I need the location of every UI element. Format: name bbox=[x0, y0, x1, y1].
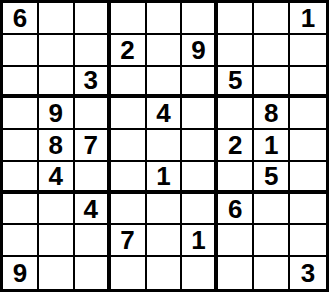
cell-empty[interactable] bbox=[111, 162, 147, 194]
cell-empty[interactable] bbox=[147, 67, 183, 99]
cell-empty[interactable] bbox=[111, 130, 147, 162]
cell-given[interactable]: 9 bbox=[3, 257, 39, 289]
cell-empty[interactable] bbox=[147, 257, 183, 289]
cell-given[interactable]: 2 bbox=[111, 35, 147, 67]
cell-empty[interactable] bbox=[111, 194, 147, 226]
cell-given[interactable]: 4 bbox=[39, 162, 75, 194]
cell-given[interactable]: 1 bbox=[182, 225, 218, 257]
cell-empty[interactable] bbox=[111, 98, 147, 130]
cell-empty[interactable] bbox=[254, 67, 290, 99]
cell-empty[interactable] bbox=[182, 98, 218, 130]
cell-given[interactable]: 6 bbox=[3, 3, 39, 35]
cell-empty[interactable] bbox=[218, 225, 254, 257]
sudoku-board: 6129359488721415467193 bbox=[0, 0, 329, 292]
cell-empty[interactable] bbox=[3, 162, 39, 194]
cell-empty[interactable] bbox=[254, 3, 290, 35]
cell-empty[interactable] bbox=[182, 194, 218, 226]
cell-empty[interactable] bbox=[218, 98, 254, 130]
cell-empty[interactable] bbox=[3, 130, 39, 162]
cell-empty[interactable] bbox=[39, 225, 75, 257]
cell-empty[interactable] bbox=[254, 225, 290, 257]
cell-empty[interactable] bbox=[39, 194, 75, 226]
cell-empty[interactable] bbox=[254, 257, 290, 289]
cell-given[interactable]: 5 bbox=[218, 67, 254, 99]
cell-given[interactable]: 6 bbox=[218, 194, 254, 226]
cell-empty[interactable] bbox=[182, 3, 218, 35]
cell-given[interactable]: 8 bbox=[39, 130, 75, 162]
cell-empty[interactable] bbox=[290, 162, 326, 194]
cell-empty[interactable] bbox=[39, 257, 75, 289]
cell-empty[interactable] bbox=[147, 35, 183, 67]
cell-empty[interactable] bbox=[290, 130, 326, 162]
cell-empty[interactable] bbox=[111, 67, 147, 99]
sudoku-puzzle: 6129359488721415467193 bbox=[0, 0, 329, 292]
cell-empty[interactable] bbox=[147, 194, 183, 226]
cell-given[interactable]: 7 bbox=[111, 225, 147, 257]
cell-given[interactable]: 8 bbox=[254, 98, 290, 130]
cell-given[interactable]: 9 bbox=[39, 98, 75, 130]
cell-empty[interactable] bbox=[182, 130, 218, 162]
cell-given[interactable]: 3 bbox=[75, 67, 111, 99]
cell-empty[interactable] bbox=[290, 35, 326, 67]
cell-empty[interactable] bbox=[75, 162, 111, 194]
cell-empty[interactable] bbox=[3, 35, 39, 67]
cell-empty[interactable] bbox=[75, 257, 111, 289]
cell-empty[interactable] bbox=[111, 3, 147, 35]
cell-empty[interactable] bbox=[75, 225, 111, 257]
cell-empty[interactable] bbox=[254, 35, 290, 67]
cell-empty[interactable] bbox=[3, 67, 39, 99]
cell-empty[interactable] bbox=[3, 194, 39, 226]
cell-given[interactable]: 5 bbox=[254, 162, 290, 194]
cell-empty[interactable] bbox=[147, 130, 183, 162]
cell-empty[interactable] bbox=[39, 35, 75, 67]
cell-empty[interactable] bbox=[147, 225, 183, 257]
cell-empty[interactable] bbox=[182, 257, 218, 289]
cell-empty[interactable] bbox=[218, 257, 254, 289]
cell-given[interactable]: 9 bbox=[182, 35, 218, 67]
cell-empty[interactable] bbox=[75, 3, 111, 35]
cell-empty[interactable] bbox=[218, 162, 254, 194]
cell-empty[interactable] bbox=[182, 162, 218, 194]
cell-empty[interactable] bbox=[218, 3, 254, 35]
cell-empty[interactable] bbox=[3, 98, 39, 130]
cell-empty[interactable] bbox=[290, 67, 326, 99]
cell-given[interactable]: 4 bbox=[75, 194, 111, 226]
cell-empty[interactable] bbox=[182, 67, 218, 99]
cell-empty[interactable] bbox=[39, 3, 75, 35]
cell-given[interactable]: 4 bbox=[147, 98, 183, 130]
cell-given[interactable]: 1 bbox=[147, 162, 183, 194]
cell-empty[interactable] bbox=[218, 35, 254, 67]
cell-given[interactable]: 2 bbox=[218, 130, 254, 162]
cell-given[interactable]: 7 bbox=[75, 130, 111, 162]
cell-empty[interactable] bbox=[75, 98, 111, 130]
cell-given[interactable]: 3 bbox=[290, 257, 326, 289]
cell-empty[interactable] bbox=[290, 225, 326, 257]
cell-empty[interactable] bbox=[290, 194, 326, 226]
cell-given[interactable]: 1 bbox=[290, 3, 326, 35]
cell-empty[interactable] bbox=[39, 67, 75, 99]
cell-empty[interactable] bbox=[75, 35, 111, 67]
cell-empty[interactable] bbox=[3, 225, 39, 257]
cell-empty[interactable] bbox=[254, 194, 290, 226]
cell-given[interactable]: 1 bbox=[254, 130, 290, 162]
cell-empty[interactable] bbox=[147, 3, 183, 35]
cell-empty[interactable] bbox=[111, 257, 147, 289]
cell-empty[interactable] bbox=[290, 98, 326, 130]
